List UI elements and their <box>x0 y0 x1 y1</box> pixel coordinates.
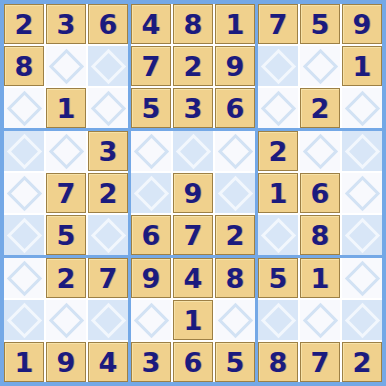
cell-r1c8-given: 5 <box>300 4 340 44</box>
cell-r1c4-given: 4 <box>131 4 171 44</box>
diamond-icon <box>48 302 83 337</box>
cell-r2c5-given: 2 <box>173 46 213 86</box>
cell-r1c5-given: 8 <box>173 4 213 44</box>
cell-r4c8-empty[interactable] <box>300 131 340 171</box>
given-digit: 2 <box>57 265 76 292</box>
cell-r1c7-given: 7 <box>258 4 298 44</box>
diamond-icon <box>6 175 41 210</box>
diamond-icon <box>6 217 41 252</box>
given-digit: 1 <box>57 95 76 122</box>
given-digit: 2 <box>311 95 330 122</box>
diamond-icon <box>90 217 125 252</box>
diamond-icon <box>48 133 83 168</box>
cell-r3c6-given: 6 <box>215 88 255 128</box>
box-4: 3725 <box>4 131 128 255</box>
cell-r8c7-empty[interactable] <box>258 300 298 340</box>
cell-r4c9-empty[interactable] <box>342 131 382 171</box>
cell-r5c5-given: 9 <box>173 173 213 213</box>
given-digit: 2 <box>353 349 372 376</box>
diamond-icon <box>133 302 168 337</box>
cell-r7c3-given: 7 <box>88 258 128 298</box>
given-digit: 2 <box>15 11 34 38</box>
cell-r8c6-empty[interactable] <box>215 300 255 340</box>
diamond-icon <box>217 302 252 337</box>
cell-r5c1-empty[interactable] <box>4 173 44 213</box>
cell-r7c8-given: 1 <box>300 258 340 298</box>
diamond-icon <box>302 302 337 337</box>
cell-r2c2-empty[interactable] <box>46 46 86 86</box>
given-digit: 1 <box>226 11 245 38</box>
cell-r6c8-given: 8 <box>300 215 340 255</box>
cell-r5c6-empty[interactable] <box>215 173 255 213</box>
given-digit: 1 <box>269 180 288 207</box>
cell-r1c1-given: 2 <box>4 4 44 44</box>
cell-r9c1-given: 1 <box>4 342 44 382</box>
cell-r9c7-given: 8 <box>258 342 298 382</box>
given-digit: 4 <box>99 349 118 376</box>
given-digit: 7 <box>311 349 330 376</box>
cell-r5c3-given: 2 <box>88 173 128 213</box>
cell-r7c5-given: 4 <box>173 258 213 298</box>
cell-r6c7-empty[interactable] <box>258 215 298 255</box>
cell-r8c9-empty[interactable] <box>342 300 382 340</box>
given-digit: 7 <box>269 11 288 38</box>
diamond-icon <box>133 133 168 168</box>
given-digit: 5 <box>269 265 288 292</box>
box-7: 27194 <box>4 258 128 382</box>
given-digit: 5 <box>311 11 330 38</box>
cell-r6c4-given: 6 <box>131 215 171 255</box>
cell-r5c7-given: 1 <box>258 173 298 213</box>
cell-r8c4-empty[interactable] <box>131 300 171 340</box>
cell-r3c1-empty[interactable] <box>4 88 44 128</box>
given-digit: 4 <box>184 265 203 292</box>
given-digit: 7 <box>142 53 161 80</box>
cell-r1c2-given: 3 <box>46 4 86 44</box>
sudoku-board: 2368148172953675912372596722168271949481… <box>0 0 386 386</box>
diamond-icon <box>260 217 295 252</box>
cell-r3c9-empty[interactable] <box>342 88 382 128</box>
given-digit: 1 <box>15 349 34 376</box>
diamond-icon <box>344 175 379 210</box>
diamond-icon <box>344 217 379 252</box>
cell-r9c8-given: 7 <box>300 342 340 382</box>
given-digit: 6 <box>142 222 161 249</box>
cell-r5c9-empty[interactable] <box>342 173 382 213</box>
cell-r9c2-given: 9 <box>46 342 86 382</box>
given-digit: 8 <box>269 349 288 376</box>
given-digit: 8 <box>184 11 203 38</box>
given-digit: 7 <box>99 265 118 292</box>
cell-r3c4-given: 5 <box>131 88 171 128</box>
cell-r4c4-empty[interactable] <box>131 131 171 171</box>
given-digit: 2 <box>269 138 288 165</box>
cell-r3c8-given: 2 <box>300 88 340 128</box>
diamond-icon <box>302 48 337 83</box>
diamond-icon <box>90 48 125 83</box>
cell-r8c8-empty[interactable] <box>300 300 340 340</box>
given-digit: 9 <box>142 265 161 292</box>
cell-r3c3-empty[interactable] <box>88 88 128 128</box>
cell-r5c4-empty[interactable] <box>131 173 171 213</box>
diamond-icon <box>260 48 295 83</box>
cell-r8c2-empty[interactable] <box>46 300 86 340</box>
given-digit: 3 <box>184 95 203 122</box>
cell-r3c5-given: 3 <box>173 88 213 128</box>
given-digit: 9 <box>184 180 203 207</box>
given-digit: 6 <box>226 95 245 122</box>
cell-r5c2-given: 7 <box>46 173 86 213</box>
diamond-icon <box>217 133 252 168</box>
diamond-icon <box>344 302 379 337</box>
diamond-icon <box>6 302 41 337</box>
diamond-icon <box>217 175 252 210</box>
cell-r7c2-given: 2 <box>46 258 86 298</box>
cell-r2c3-empty[interactable] <box>88 46 128 86</box>
diamond-icon <box>133 175 168 210</box>
given-digit: 6 <box>99 11 118 38</box>
given-digit: 8 <box>311 222 330 249</box>
diamond-icon <box>6 133 41 168</box>
box-6: 2168 <box>258 131 382 255</box>
diamond-icon <box>90 90 125 125</box>
cell-r1c6-given: 1 <box>215 4 255 44</box>
diamond-icon <box>260 90 295 125</box>
box-2: 481729536 <box>131 4 255 128</box>
cell-r9c3-given: 4 <box>88 342 128 382</box>
given-digit: 1 <box>184 307 203 334</box>
cell-r1c3-given: 6 <box>88 4 128 44</box>
box-3: 75912 <box>258 4 382 128</box>
cell-r6c5-given: 7 <box>173 215 213 255</box>
cell-r3c2-given: 1 <box>46 88 86 128</box>
diamond-icon <box>260 302 295 337</box>
cell-r8c5-given: 1 <box>173 300 213 340</box>
given-digit: 6 <box>184 349 203 376</box>
cell-r8c3-empty[interactable] <box>88 300 128 340</box>
cell-r9c5-given: 6 <box>173 342 213 382</box>
cell-r1c9-given: 9 <box>342 4 382 44</box>
given-digit: 3 <box>142 349 161 376</box>
given-digit: 9 <box>57 349 76 376</box>
cell-r4c1-empty[interactable] <box>4 131 44 171</box>
given-digit: 5 <box>142 95 161 122</box>
cell-r2c9-given: 1 <box>342 46 382 86</box>
diamond-icon <box>344 133 379 168</box>
cell-r6c3-empty[interactable] <box>88 215 128 255</box>
diamond-icon <box>48 48 83 83</box>
diamond-icon <box>344 260 379 295</box>
box-9: 51872 <box>258 258 382 382</box>
given-digit: 8 <box>226 265 245 292</box>
cell-r6c9-empty[interactable] <box>342 215 382 255</box>
cell-r6c2-given: 5 <box>46 215 86 255</box>
cell-r2c4-given: 7 <box>131 46 171 86</box>
cell-r4c7-given: 2 <box>258 131 298 171</box>
cell-r4c3-given: 3 <box>88 131 128 171</box>
diamond-icon <box>302 133 337 168</box>
cell-r2c6-given: 9 <box>215 46 255 86</box>
given-digit: 9 <box>353 11 372 38</box>
given-digit: 3 <box>99 138 118 165</box>
cell-r7c1-empty[interactable] <box>4 258 44 298</box>
cell-r7c6-given: 8 <box>215 258 255 298</box>
cell-r7c7-given: 5 <box>258 258 298 298</box>
given-digit: 5 <box>57 222 76 249</box>
cell-r9c9-given: 2 <box>342 342 382 382</box>
given-digit: 2 <box>184 53 203 80</box>
box-1: 23681 <box>4 4 128 128</box>
given-digit: 2 <box>99 180 118 207</box>
cell-r5c8-given: 6 <box>300 173 340 213</box>
cell-r8c1-empty[interactable] <box>4 300 44 340</box>
cell-r2c1-given: 8 <box>4 46 44 86</box>
cell-r4c5-empty[interactable] <box>173 131 213 171</box>
given-digit: 6 <box>311 180 330 207</box>
diamond-icon <box>6 90 41 125</box>
cell-r2c8-empty[interactable] <box>300 46 340 86</box>
given-digit: 8 <box>15 53 34 80</box>
given-digit: 4 <box>142 11 161 38</box>
given-digit: 7 <box>184 222 203 249</box>
cell-r9c4-given: 3 <box>131 342 171 382</box>
given-digit: 9 <box>226 53 245 80</box>
diamond-icon <box>6 260 41 295</box>
cell-r2c7-empty[interactable] <box>258 46 298 86</box>
box-8: 9481365 <box>131 258 255 382</box>
cell-r4c6-empty[interactable] <box>215 131 255 171</box>
cell-r3c7-empty[interactable] <box>258 88 298 128</box>
diamond-icon <box>90 302 125 337</box>
cell-r7c4-given: 9 <box>131 258 171 298</box>
cell-r6c1-empty[interactable] <box>4 215 44 255</box>
given-digit: 7 <box>57 180 76 207</box>
given-digit: 2 <box>226 222 245 249</box>
cell-r7c9-empty[interactable] <box>342 258 382 298</box>
given-digit: 3 <box>57 11 76 38</box>
diamond-icon <box>344 90 379 125</box>
given-digit: 5 <box>226 349 245 376</box>
given-digit: 1 <box>311 265 330 292</box>
cell-r9c6-given: 5 <box>215 342 255 382</box>
box-5: 9672 <box>131 131 255 255</box>
cell-r4c2-empty[interactable] <box>46 131 86 171</box>
diamond-icon <box>175 133 210 168</box>
cell-r6c6-given: 2 <box>215 215 255 255</box>
given-digit: 1 <box>353 53 372 80</box>
